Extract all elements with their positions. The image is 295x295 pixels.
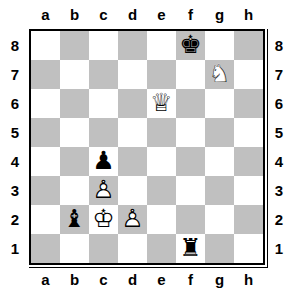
file-label-f: f <box>176 3 205 27</box>
piece-black-king[interactable]: ♚ <box>176 31 205 60</box>
file-label-b: b <box>60 268 89 292</box>
square-f7[interactable] <box>176 60 205 89</box>
piece-white-knight[interactable]: ♞♘ <box>205 60 234 89</box>
square-d4[interactable] <box>118 147 147 176</box>
file-label-a: a <box>31 268 60 292</box>
square-c8[interactable] <box>89 31 118 60</box>
rank-label-8: 8 <box>3 31 27 60</box>
chess-diagram: abcdefgh 87654321 87654321 abcdefgh ♚♞♘♛… <box>0 0 295 295</box>
square-h4[interactable] <box>234 147 263 176</box>
square-e1[interactable] <box>147 234 176 263</box>
file-label-c: c <box>89 268 118 292</box>
file-label-h: h <box>234 3 263 27</box>
square-f6[interactable] <box>176 89 205 118</box>
square-f2[interactable] <box>176 205 205 234</box>
square-h1[interactable] <box>234 234 263 263</box>
square-b8[interactable] <box>60 31 89 60</box>
piece-outline-layer: ♕ <box>147 88 176 117</box>
rank-labels-left: 87654321 <box>3 31 27 263</box>
rank-label-5: 5 <box>267 118 291 147</box>
square-g1[interactable] <box>205 234 234 263</box>
piece-outline-layer: ♙ <box>118 204 147 233</box>
square-e4[interactable] <box>147 147 176 176</box>
file-label-e: e <box>147 268 176 292</box>
piece-black-bishop[interactable]: ♝ <box>60 205 89 234</box>
square-a5[interactable] <box>31 118 60 147</box>
square-g3[interactable] <box>205 176 234 205</box>
square-h6[interactable] <box>234 89 263 118</box>
file-label-h: h <box>234 268 263 292</box>
square-c5[interactable] <box>89 118 118 147</box>
file-label-b: b <box>60 3 89 27</box>
piece-outline-layer: ♙ <box>89 175 118 204</box>
piece-white-pawn[interactable]: ♟♙ <box>118 205 147 234</box>
rank-label-7: 7 <box>3 60 27 89</box>
square-d8[interactable] <box>118 31 147 60</box>
square-b1[interactable] <box>60 234 89 263</box>
piece-outline-layer: ♘ <box>205 59 234 88</box>
square-g2[interactable] <box>205 205 234 234</box>
square-d7[interactable] <box>118 60 147 89</box>
square-a2[interactable] <box>31 205 60 234</box>
square-f4[interactable] <box>176 147 205 176</box>
square-g8[interactable] <box>205 31 234 60</box>
rank-label-2: 2 <box>267 205 291 234</box>
square-f8[interactable]: ♚ <box>176 31 205 60</box>
rank-label-1: 1 <box>267 234 291 263</box>
square-d5[interactable] <box>118 118 147 147</box>
board-frame: ♚♞♘♛♕♟♟♙♝♚♔♟♙♜ <box>29 29 268 268</box>
chess-board: ♚♞♘♛♕♟♟♙♝♚♔♟♙♜ <box>29 29 265 265</box>
piece-white-king[interactable]: ♚♔ <box>89 205 118 234</box>
rank-label-4: 4 <box>3 147 27 176</box>
square-d6[interactable] <box>118 89 147 118</box>
rank-label-5: 5 <box>3 118 27 147</box>
square-h7[interactable] <box>234 60 263 89</box>
file-label-d: d <box>118 3 147 27</box>
square-a7[interactable] <box>31 60 60 89</box>
rank-label-6: 6 <box>3 89 27 118</box>
square-f3[interactable] <box>176 176 205 205</box>
square-b3[interactable] <box>60 176 89 205</box>
square-g4[interactable] <box>205 147 234 176</box>
square-e5[interactable] <box>147 118 176 147</box>
square-b6[interactable] <box>60 89 89 118</box>
rank-label-4: 4 <box>267 147 291 176</box>
piece-fill-layer: ♝ <box>60 204 89 233</box>
square-a6[interactable] <box>31 89 60 118</box>
square-e6[interactable]: ♛♕ <box>147 89 176 118</box>
square-g6[interactable] <box>205 89 234 118</box>
piece-black-rook[interactable]: ♜ <box>176 234 205 263</box>
square-h3[interactable] <box>234 176 263 205</box>
file-labels-bottom: abcdefgh <box>31 268 263 292</box>
piece-fill-layer: ♚ <box>176 30 205 59</box>
square-h8[interactable] <box>234 31 263 60</box>
file-label-f: f <box>176 268 205 292</box>
square-b7[interactable] <box>60 60 89 89</box>
square-d3[interactable] <box>118 176 147 205</box>
rank-label-1: 1 <box>3 234 27 263</box>
rank-label-6: 6 <box>267 89 291 118</box>
square-e8[interactable] <box>147 31 176 60</box>
file-labels-top: abcdefgh <box>31 3 263 27</box>
rank-label-7: 7 <box>267 60 291 89</box>
square-d1[interactable] <box>118 234 147 263</box>
file-label-e: e <box>147 3 176 27</box>
square-a8[interactable] <box>31 31 60 60</box>
square-c2[interactable]: ♚♔ <box>89 205 118 234</box>
file-label-g: g <box>205 268 234 292</box>
square-h2[interactable] <box>234 205 263 234</box>
square-e2[interactable] <box>147 205 176 234</box>
square-c3[interactable]: ♟♙ <box>89 176 118 205</box>
square-b5[interactable] <box>60 118 89 147</box>
rank-label-8: 8 <box>267 31 291 60</box>
square-a1[interactable] <box>31 234 60 263</box>
square-f1[interactable]: ♜ <box>176 234 205 263</box>
square-e3[interactable] <box>147 176 176 205</box>
file-label-c: c <box>89 3 118 27</box>
piece-white-pawn[interactable]: ♟♙ <box>89 176 118 205</box>
square-c1[interactable] <box>89 234 118 263</box>
piece-fill-layer: ♟ <box>89 146 118 175</box>
rank-label-2: 2 <box>3 205 27 234</box>
square-c7[interactable] <box>89 60 118 89</box>
file-label-a: a <box>31 3 60 27</box>
square-f5[interactable] <box>176 118 205 147</box>
square-g7[interactable]: ♞♘ <box>205 60 234 89</box>
square-b4[interactable] <box>60 147 89 176</box>
square-b2[interactable]: ♝ <box>60 205 89 234</box>
square-c6[interactable] <box>89 89 118 118</box>
square-d2[interactable]: ♟♙ <box>118 205 147 234</box>
square-h5[interactable] <box>234 118 263 147</box>
file-label-g: g <box>205 3 234 27</box>
square-a4[interactable] <box>31 147 60 176</box>
square-c4[interactable]: ♟ <box>89 147 118 176</box>
rank-label-3: 3 <box>3 176 27 205</box>
piece-white-queen[interactable]: ♛♕ <box>147 89 176 118</box>
square-g5[interactable] <box>205 118 234 147</box>
square-a3[interactable] <box>31 176 60 205</box>
file-label-d: d <box>118 268 147 292</box>
square-e7[interactable] <box>147 60 176 89</box>
rank-labels-right: 87654321 <box>267 31 291 263</box>
piece-black-pawn[interactable]: ♟ <box>89 147 118 176</box>
piece-outline-layer: ♔ <box>89 204 118 233</box>
rank-label-3: 3 <box>267 176 291 205</box>
piece-fill-layer: ♜ <box>176 233 205 262</box>
